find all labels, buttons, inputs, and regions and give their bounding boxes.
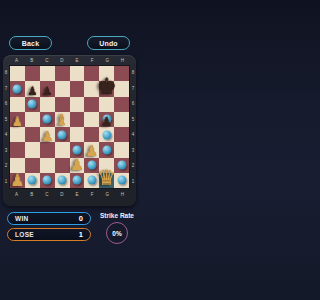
- square-h5[interactable]: [114, 112, 129, 127]
- strike-rate-label: Strike Rate: [96, 212, 138, 219]
- square-c4[interactable]: ♟: [40, 127, 55, 142]
- piece-black-pawn[interactable]: ♟: [101, 116, 112, 129]
- square-g1[interactable]: ♛: [99, 173, 114, 188]
- move-hint[interactable]: [72, 176, 81, 185]
- piece-white-pawn[interactable]: ♟: [70, 158, 84, 174]
- square-c1[interactable]: [40, 173, 55, 188]
- lose-counter: LOSE 1: [7, 228, 91, 241]
- move-hint[interactable]: [117, 161, 126, 170]
- square-f4[interactable]: [84, 127, 99, 142]
- square-d1[interactable]: [55, 173, 70, 188]
- piece-white-pawn[interactable]: ♟: [41, 130, 53, 144]
- coord-label: F: [85, 189, 100, 199]
- move-hint[interactable]: [58, 130, 67, 139]
- square-g4[interactable]: [99, 127, 114, 142]
- coord-label: 4: [130, 127, 136, 143]
- square-a1[interactable]: ♟: [10, 173, 25, 188]
- rank-labels-right: 87654321: [130, 65, 136, 189]
- move-hint[interactable]: [102, 145, 111, 154]
- piece-white-queen[interactable]: ♛: [97, 168, 116, 189]
- square-d3[interactable]: [55, 142, 70, 157]
- square-g3[interactable]: [99, 142, 114, 157]
- coord-label: 8: [130, 65, 136, 81]
- square-f5[interactable]: [84, 112, 99, 127]
- square-b1[interactable]: [25, 173, 40, 188]
- piece-white-pawn[interactable]: ♟: [12, 116, 23, 129]
- coord-label: B: [24, 55, 39, 65]
- coord-label: 2: [130, 158, 136, 174]
- coord-label: A: [9, 55, 24, 65]
- square-e7[interactable]: [70, 81, 85, 96]
- square-h6[interactable]: [114, 97, 129, 112]
- coord-label: 1: [130, 174, 136, 190]
- coord-label: C: [39, 55, 54, 65]
- piece-black-pawn[interactable]: ♟: [42, 86, 52, 98]
- coord-label: D: [54, 189, 69, 199]
- square-e8[interactable]: [70, 66, 85, 81]
- square-e5[interactable]: [70, 112, 85, 127]
- move-hint[interactable]: [102, 130, 111, 139]
- square-d5[interactable]: ♝: [55, 112, 70, 127]
- coord-label: C: [39, 189, 54, 199]
- square-b3[interactable]: [25, 142, 40, 157]
- undo-button[interactable]: Undo: [87, 36, 130, 50]
- coord-label: 6: [130, 96, 136, 112]
- square-h3[interactable]: [114, 142, 129, 157]
- square-b7[interactable]: ♟: [25, 81, 40, 96]
- square-d2[interactable]: [55, 158, 70, 173]
- square-d6[interactable]: [55, 97, 70, 112]
- square-a4[interactable]: [10, 127, 25, 142]
- coord-label: G: [100, 189, 115, 199]
- square-d7[interactable]: [55, 81, 70, 96]
- piece-white-pawn[interactable]: ♟: [10, 173, 24, 189]
- square-a3[interactable]: [10, 142, 25, 157]
- coord-label: D: [54, 55, 69, 65]
- lose-label: LOSE: [15, 231, 34, 238]
- move-hint[interactable]: [58, 176, 67, 185]
- square-h4[interactable]: [114, 127, 129, 142]
- square-a7[interactable]: [10, 81, 25, 96]
- square-g5[interactable]: ♟: [99, 112, 114, 127]
- chess-board-frame: ABCDEFGH 87654321 ♟♟♚♟♝♟♟♟♟♟♛ 87654321 A…: [3, 55, 136, 206]
- coord-label: G: [100, 55, 115, 65]
- square-e6[interactable]: [70, 97, 85, 112]
- square-c5[interactable]: [40, 112, 55, 127]
- square-c8[interactable]: [40, 66, 55, 81]
- move-hint[interactable]: [43, 115, 52, 124]
- square-a6[interactable]: [10, 97, 25, 112]
- coord-label: 7: [130, 81, 136, 97]
- coord-label: E: [70, 189, 85, 199]
- coord-label: H: [115, 189, 130, 199]
- piece-white-bishop[interactable]: ♝: [55, 113, 69, 129]
- piece-white-pawn[interactable]: ♟: [85, 144, 98, 159]
- coord-label: E: [70, 55, 85, 65]
- square-b4[interactable]: [25, 127, 40, 142]
- square-f6[interactable]: [84, 97, 99, 112]
- strike-rate-value: 0%: [112, 230, 121, 237]
- coord-label: A: [9, 189, 24, 199]
- move-hint[interactable]: [87, 161, 96, 170]
- move-hint[interactable]: [28, 176, 37, 185]
- piece-black-king[interactable]: ♚: [97, 76, 117, 98]
- file-labels-bottom: ABCDEFGH: [3, 189, 136, 199]
- square-c6[interactable]: [40, 97, 55, 112]
- square-h1[interactable]: [114, 173, 129, 188]
- coord-label: 3: [130, 143, 136, 159]
- square-f3[interactable]: ♟: [84, 142, 99, 157]
- square-c3[interactable]: [40, 142, 55, 157]
- square-e2[interactable]: ♟: [70, 158, 85, 173]
- coord-label: B: [24, 189, 39, 199]
- coord-label: H: [115, 55, 130, 65]
- square-g7[interactable]: ♚: [99, 81, 114, 96]
- square-a8[interactable]: [10, 66, 25, 81]
- lose-value: 1: [79, 230, 83, 239]
- coord-label: 5: [130, 112, 136, 128]
- back-button[interactable]: Back: [9, 36, 52, 50]
- piece-black-pawn[interactable]: ♟: [27, 86, 37, 98]
- square-b6[interactable]: [25, 97, 40, 112]
- square-b8[interactable]: [25, 66, 40, 81]
- square-b2[interactable]: [25, 158, 40, 173]
- square-e1[interactable]: [70, 173, 85, 188]
- coord-label: F: [85, 55, 100, 65]
- square-e3[interactable]: [70, 142, 85, 157]
- chess-board[interactable]: ♟♟♚♟♝♟♟♟♟♟♛: [9, 65, 130, 189]
- square-d4[interactable]: [55, 127, 70, 142]
- square-h2[interactable]: [114, 158, 129, 173]
- square-g6[interactable]: [99, 97, 114, 112]
- square-c2[interactable]: [40, 158, 55, 173]
- square-a5[interactable]: ♟: [10, 112, 25, 127]
- move-hint[interactable]: [87, 176, 96, 185]
- move-hint[interactable]: [117, 176, 126, 185]
- move-hint[interactable]: [72, 145, 81, 154]
- strike-rate-badge: 0%: [106, 222, 128, 244]
- square-b5[interactable]: [25, 112, 40, 127]
- square-d8[interactable]: [55, 66, 70, 81]
- win-counter: WIN 0: [7, 212, 91, 225]
- square-e4[interactable]: [70, 127, 85, 142]
- square-c7[interactable]: ♟: [40, 81, 55, 96]
- move-hint[interactable]: [43, 176, 52, 185]
- win-label: WIN: [15, 215, 29, 222]
- move-hint[interactable]: [28, 100, 37, 109]
- move-hint[interactable]: [13, 84, 22, 93]
- file-labels-top: ABCDEFGH: [3, 55, 136, 65]
- win-value: 0: [79, 214, 83, 223]
